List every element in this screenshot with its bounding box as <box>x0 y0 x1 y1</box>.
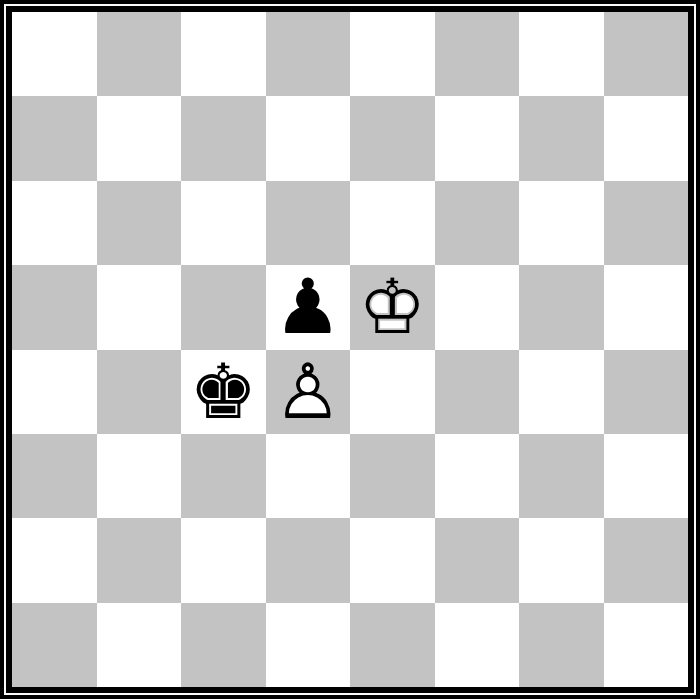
square-b4[interactable] <box>97 350 182 434</box>
square-g6[interactable] <box>519 181 604 265</box>
square-h7[interactable] <box>604 96 689 180</box>
square-c3[interactable] <box>181 434 266 518</box>
square-f4[interactable] <box>435 350 520 434</box>
square-c6[interactable] <box>181 181 266 265</box>
square-e7[interactable] <box>350 96 435 180</box>
square-g7[interactable] <box>519 96 604 180</box>
square-h1[interactable] <box>604 603 689 687</box>
square-f3[interactable] <box>435 434 520 518</box>
square-d2[interactable] <box>266 518 351 602</box>
piece-outline: ♙ <box>270 354 346 430</box>
square-f2[interactable] <box>435 518 520 602</box>
square-g2[interactable] <box>519 518 604 602</box>
square-b2[interactable] <box>97 518 182 602</box>
square-e4[interactable] <box>350 350 435 434</box>
chess-board: ♟♚♔♚♟♙ <box>12 12 688 687</box>
square-f6[interactable] <box>435 181 520 265</box>
square-h5[interactable] <box>604 265 689 349</box>
square-e3[interactable] <box>350 434 435 518</box>
square-h6[interactable] <box>604 181 689 265</box>
square-h3[interactable] <box>604 434 689 518</box>
square-a3[interactable] <box>12 434 97 518</box>
square-a8[interactable] <box>12 12 97 96</box>
square-d1[interactable] <box>266 603 351 687</box>
square-e1[interactable] <box>350 603 435 687</box>
square-c4[interactable]: ♚ <box>181 350 266 434</box>
square-d4[interactable]: ♟♙ <box>266 350 351 434</box>
piece-outline: ♔ <box>354 269 430 345</box>
square-h4[interactable] <box>604 350 689 434</box>
square-b3[interactable] <box>97 434 182 518</box>
square-d8[interactable] <box>266 12 351 96</box>
square-b1[interactable] <box>97 603 182 687</box>
square-c8[interactable] <box>181 12 266 96</box>
square-c5[interactable] <box>181 265 266 349</box>
square-a5[interactable] <box>12 265 97 349</box>
square-b6[interactable] <box>97 181 182 265</box>
square-g8[interactable] <box>519 12 604 96</box>
chess-board-frame: ♟♚♔♚♟♙ <box>0 0 700 699</box>
square-e6[interactable] <box>350 181 435 265</box>
square-d7[interactable] <box>266 96 351 180</box>
square-b5[interactable] <box>97 265 182 349</box>
square-e8[interactable] <box>350 12 435 96</box>
black-pawn: ♟ <box>270 269 346 345</box>
square-f5[interactable] <box>435 265 520 349</box>
square-f1[interactable] <box>435 603 520 687</box>
square-a7[interactable] <box>12 96 97 180</box>
square-b8[interactable] <box>97 12 182 96</box>
white-king: ♚♔ <box>354 269 430 345</box>
square-f8[interactable] <box>435 12 520 96</box>
square-c7[interactable] <box>181 96 266 180</box>
square-a2[interactable] <box>12 518 97 602</box>
square-g1[interactable] <box>519 603 604 687</box>
square-g4[interactable] <box>519 350 604 434</box>
square-a4[interactable] <box>12 350 97 434</box>
square-d5[interactable]: ♟ <box>266 265 351 349</box>
square-d6[interactable] <box>266 181 351 265</box>
square-a1[interactable] <box>12 603 97 687</box>
black-king: ♚ <box>185 354 261 430</box>
square-h8[interactable] <box>604 12 689 96</box>
square-g5[interactable] <box>519 265 604 349</box>
square-h2[interactable] <box>604 518 689 602</box>
square-c1[interactable] <box>181 603 266 687</box>
square-f7[interactable] <box>435 96 520 180</box>
white-pawn: ♟♙ <box>270 354 346 430</box>
square-e5[interactable]: ♚♔ <box>350 265 435 349</box>
square-e2[interactable] <box>350 518 435 602</box>
square-a6[interactable] <box>12 181 97 265</box>
square-d3[interactable] <box>266 434 351 518</box>
square-c2[interactable] <box>181 518 266 602</box>
square-g3[interactable] <box>519 434 604 518</box>
square-b7[interactable] <box>97 96 182 180</box>
